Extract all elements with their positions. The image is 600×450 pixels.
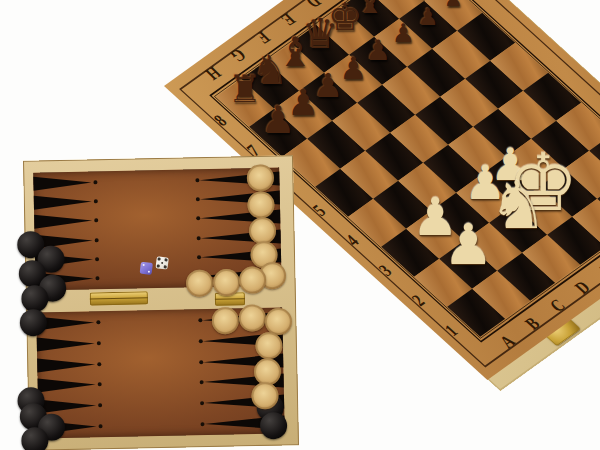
backgammon-checker-white <box>186 269 214 297</box>
backgammon-checker-black <box>260 412 288 440</box>
die-pip <box>164 266 167 269</box>
backgammon-box <box>23 155 299 450</box>
point-tip-dot <box>95 238 99 242</box>
die-pip <box>161 262 164 265</box>
backgammon-point <box>37 357 95 372</box>
backgammon-checker-white <box>239 266 267 294</box>
point-tip-dot <box>99 424 103 428</box>
backgammon-point <box>34 214 92 229</box>
backgammon-checker-white <box>265 308 293 336</box>
die-pip <box>165 259 168 262</box>
backgammon-point <box>38 399 96 414</box>
point-tip-dot <box>195 178 199 182</box>
point-tip-dot <box>95 276 99 280</box>
point-tip-dot <box>95 257 99 261</box>
backgammon-point <box>37 336 95 351</box>
backgammon-checker-black <box>21 427 49 450</box>
point-tip-dot <box>98 403 102 407</box>
die-pip <box>157 265 160 268</box>
die-pip <box>158 258 161 261</box>
point-tip-dot <box>97 341 101 345</box>
product-photo-stage: HGFEDCBA87654321ABCDEFGH ♜♞♝♛♚♝♞♜♟♟♟♟♟♟♟… <box>0 0 600 450</box>
backgammon-point <box>33 175 91 190</box>
die-white <box>155 256 168 269</box>
point-tip-dot <box>199 360 203 364</box>
brass-hinge-icon <box>90 291 148 305</box>
point-tip-dot <box>96 320 100 324</box>
point-tip-dot <box>201 422 205 426</box>
die-blue <box>140 262 153 275</box>
point-tip-dot <box>197 255 201 259</box>
backgammon-point <box>34 195 92 210</box>
point-tip-dot <box>97 362 101 366</box>
point-tip-dot <box>197 236 201 240</box>
backgammon-point <box>38 378 96 393</box>
die-pip <box>142 264 145 267</box>
point-tip-dot <box>199 339 203 343</box>
point-tip-dot <box>98 383 102 387</box>
die-pip <box>148 270 151 273</box>
point-tip-dot <box>198 318 202 322</box>
point-tip-dot <box>94 219 98 223</box>
point-tip-dot <box>93 180 97 184</box>
point-tip-dot <box>94 199 98 203</box>
